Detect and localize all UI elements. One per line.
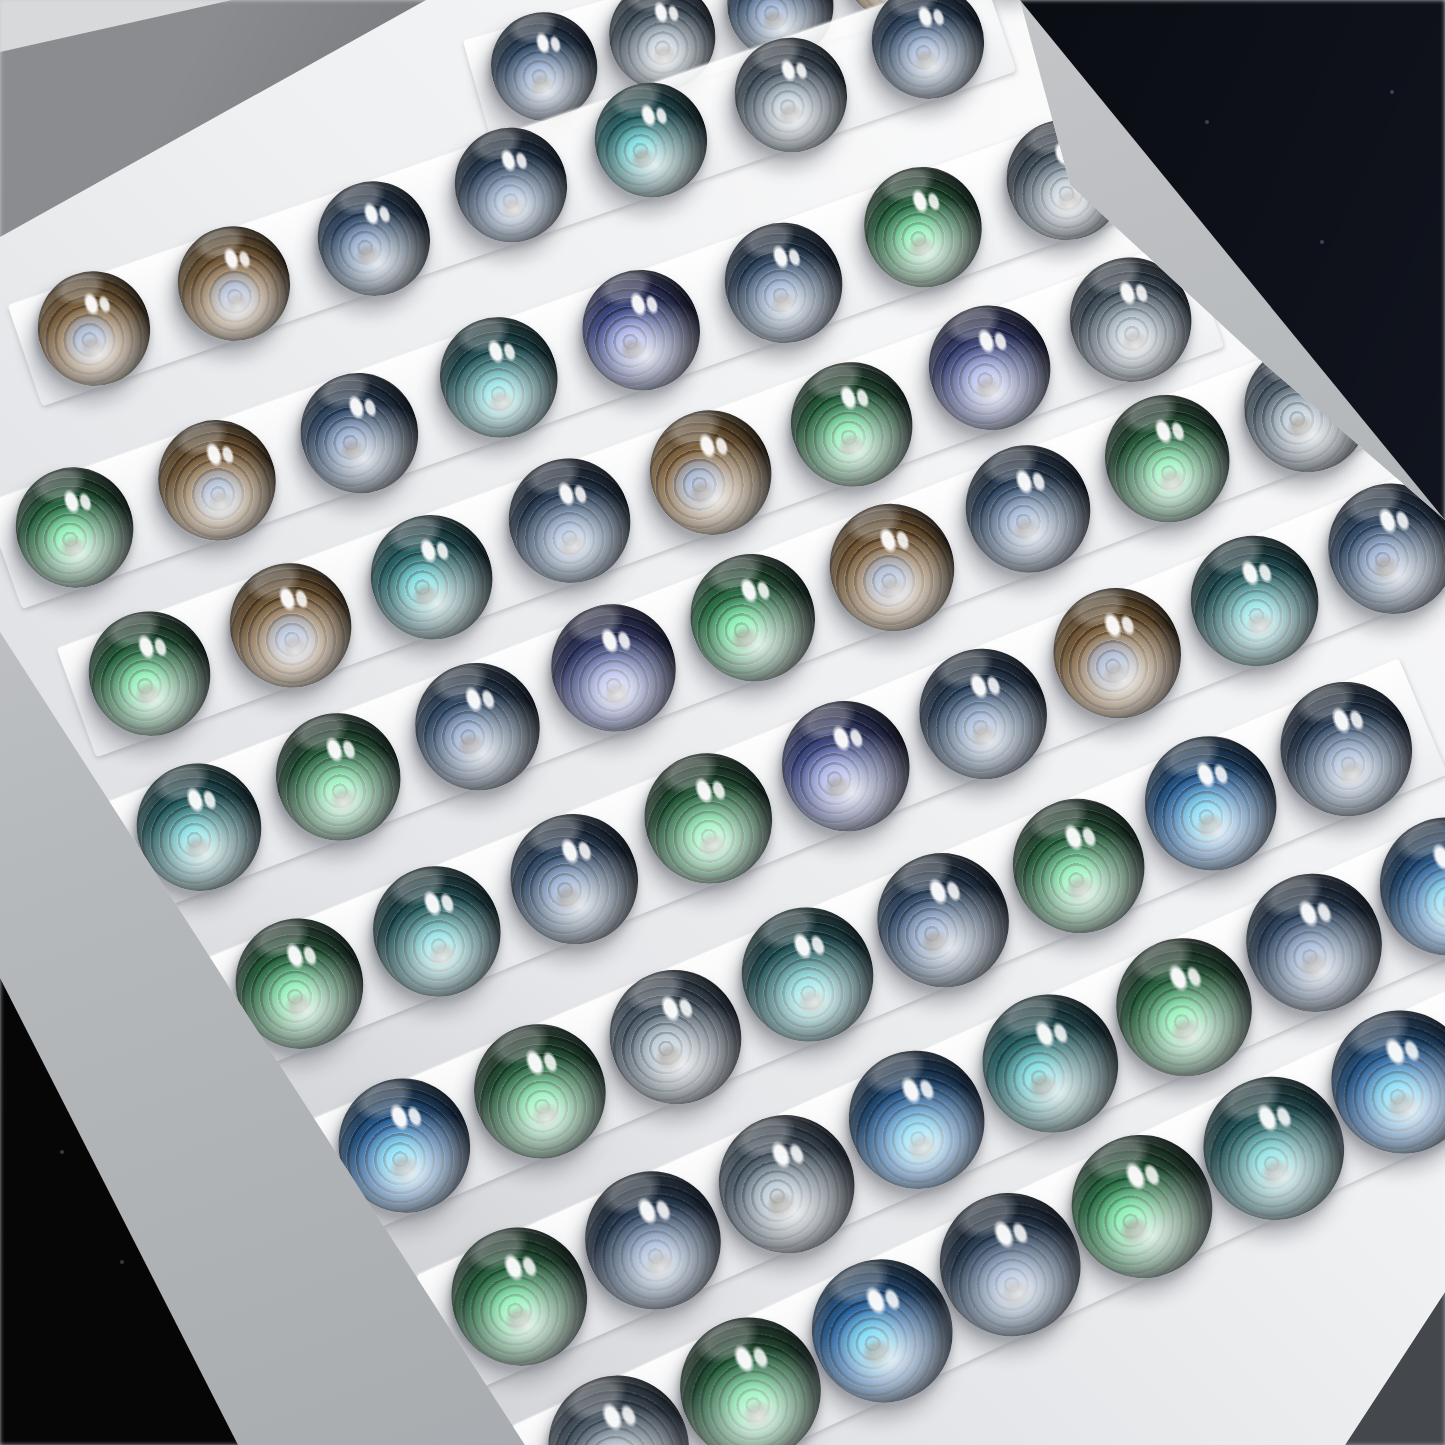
abalone-cabochon <box>856 832 1029 1007</box>
abalone-cabochon <box>1124 715 1297 890</box>
abalone-cabochon <box>491 441 647 599</box>
abalone-cabochon <box>856 0 999 115</box>
abalone-cabochon <box>762 681 929 850</box>
abalone-cabochon <box>708 206 859 359</box>
abalone-cabochon <box>0 451 149 604</box>
abalone-cabochon <box>22 256 165 402</box>
abalone-cabochon <box>632 393 788 551</box>
abalone-cabochon <box>826 1029 1006 1211</box>
abalone-cabochon <box>720 886 893 1061</box>
abalone-cabochon <box>284 356 435 509</box>
photo-stage <box>0 0 1445 1445</box>
abalone-cabochon <box>302 166 445 312</box>
abalone-cabochon <box>1033 568 1200 737</box>
abalone-cabochon <box>624 734 791 903</box>
abalone-cabochon <box>960 973 1140 1155</box>
abalone-cabochon <box>773 345 929 503</box>
abalone-cabochon <box>257 695 419 859</box>
abalone-cabochon <box>162 211 305 357</box>
abalone-cabochon <box>911 288 1067 446</box>
abalone-cabochon <box>71 594 227 752</box>
abalone-cabochon <box>563 1150 743 1332</box>
abalone-cabochon <box>212 546 368 704</box>
abalone-cabochon <box>1171 516 1338 685</box>
abalone-cabochon <box>847 150 998 303</box>
abalone-cabochon <box>565 253 716 406</box>
abalone-cabochon <box>1259 661 1432 836</box>
abalone-cabochon <box>439 113 582 259</box>
abalone-cabochon <box>141 404 292 557</box>
abalone-cabochon <box>353 847 520 1016</box>
abalone-cabochon <box>423 301 574 454</box>
abalone-cabochon <box>353 498 509 656</box>
abalone-cabochon <box>453 1003 626 1178</box>
